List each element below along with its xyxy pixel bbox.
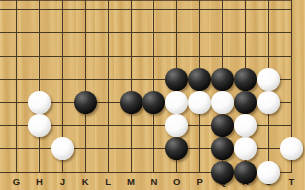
white-stone [165,91,188,114]
coord-label-P: P [189,175,211,189]
black-stone [211,68,234,91]
grid-line-row-top-cut [0,0,292,1]
black-stone [211,114,234,137]
white-stone [211,91,234,114]
black-stone [120,91,143,114]
coord-label-N: N [143,175,165,189]
white-stone [257,91,280,114]
black-stone [234,161,257,184]
white-stone [188,91,211,114]
grid-line-col-N [153,0,154,173]
white-stone [28,91,51,114]
black-stone [211,161,234,184]
go-board[interactable]: GHJKLMNOPQRST [0,0,305,190]
coord-label-T: T [280,175,302,189]
white-stone [165,114,188,137]
coord-label-M: M [120,175,142,189]
white-stone [257,68,280,91]
coord-label-H: H [28,175,50,189]
grid-line-col-M [131,0,132,173]
coord-label-L: L [97,175,119,189]
black-stone [211,137,234,160]
coord-label-O: O [166,175,188,189]
coord-label-G: G [6,175,28,189]
black-stone [188,68,211,91]
grid-line-col-G [16,0,17,173]
grid-line-row-6 [0,56,292,57]
grid-line-col-L [108,0,109,173]
coord-label-K: K [74,175,96,189]
black-stone [234,68,257,91]
white-stone [28,114,51,137]
black-stone [165,68,188,91]
grid-line-col-K [85,0,86,173]
white-stone [234,114,257,137]
white-stone [257,161,280,184]
white-stone [51,137,74,160]
grid-line-col-H [39,0,40,173]
black-stone [74,91,97,114]
black-stone [234,91,257,114]
coord-label-J: J [51,175,73,189]
black-stone [165,137,188,160]
black-stone [142,91,165,114]
grid-line-row-8 [0,9,292,10]
white-stone [280,137,303,160]
white-stone [234,137,257,160]
grid-line-row-7 [0,32,292,33]
